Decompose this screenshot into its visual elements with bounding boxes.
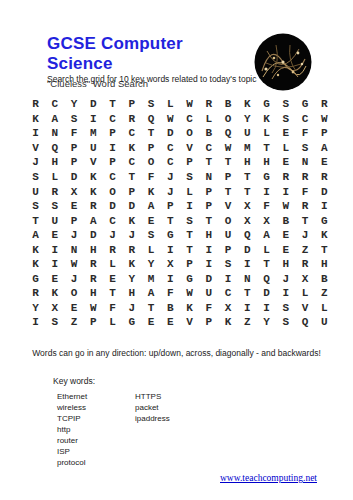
grid-cell-r6c14: R bbox=[276, 170, 295, 185]
grid-cell-r11c7: L bbox=[142, 242, 161, 257]
grid-cell-r7c16: D bbox=[315, 184, 334, 199]
grid-cell-r7c9: L bbox=[180, 184, 199, 199]
grid-cell-r10c12: Q bbox=[238, 228, 257, 243]
grid-cell-r15c10: F bbox=[199, 301, 218, 316]
grid-cell-r11c5: R bbox=[103, 242, 122, 257]
grid-cell-r13c14: J bbox=[276, 272, 295, 287]
grid-cell-r7c8: J bbox=[161, 184, 180, 199]
grid-cell-r8c13: F bbox=[257, 199, 276, 214]
grid-cell-r16c7: E bbox=[142, 315, 161, 330]
grid-cell-r5c16: E bbox=[315, 155, 334, 170]
footer-link[interactable]: www.teachcomputing.net bbox=[220, 473, 317, 483]
grid-cell-r13c9: G bbox=[180, 272, 199, 287]
grid-cell-r16c10: P bbox=[199, 315, 218, 330]
grid-cell-r9c2: U bbox=[45, 213, 64, 228]
grid-cell-r3c5: P bbox=[103, 126, 122, 141]
grid-cell-r15c6: J bbox=[122, 301, 141, 316]
directions-note: Words can go in any direction: up/down, … bbox=[0, 348, 353, 358]
grid-cell-r10c8: G bbox=[161, 228, 180, 243]
grid-cell-r14c13: D bbox=[257, 286, 276, 301]
grid-cell-r4c1: V bbox=[26, 141, 45, 156]
grid-cell-r14c15: L bbox=[296, 286, 315, 301]
grid-cell-r10c2: E bbox=[45, 228, 64, 243]
grid-cell-r7c3: X bbox=[65, 184, 84, 199]
grid-cell-r14c9: W bbox=[180, 286, 199, 301]
grid-cell-r8c3: E bbox=[65, 199, 84, 214]
grid-cell-r16c6: G bbox=[122, 315, 141, 330]
grid-cell-r10c14: E bbox=[276, 228, 295, 243]
grid-cell-r3c3: F bbox=[65, 126, 84, 141]
grid-cell-r13c11: I bbox=[219, 272, 238, 287]
grid-cell-r4c10: C bbox=[199, 141, 218, 156]
grid-cell-r1c2: C bbox=[45, 97, 64, 112]
grid-cell-r9c5: C bbox=[103, 213, 122, 228]
grid-cell-r2c11: O bbox=[219, 112, 238, 127]
key-words-column-2: HTTPSpacketipaddress bbox=[135, 391, 170, 424]
grid-cell-r4c13: T bbox=[257, 141, 276, 156]
grid-cell-r2c13: K bbox=[257, 112, 276, 127]
grid-cell-r9c12: X bbox=[238, 213, 257, 228]
key-word: router bbox=[57, 435, 87, 446]
grid-cell-r12c4: R bbox=[84, 257, 103, 272]
grid-cell-r12c14: H bbox=[276, 257, 295, 272]
grid-cell-r9c15: T bbox=[296, 213, 315, 228]
grid-cell-r3c11: Q bbox=[219, 126, 238, 141]
grid-cell-r16c14: S bbox=[276, 315, 295, 330]
grid-cell-r5c5: P bbox=[103, 155, 122, 170]
grid-cell-r3c1: I bbox=[26, 126, 45, 141]
grid-cell-r14c16: Z bbox=[315, 286, 334, 301]
grid-cell-r1c16: R bbox=[315, 97, 334, 112]
grid-cell-r6c10: N bbox=[199, 170, 218, 185]
global-network-logo bbox=[254, 33, 312, 91]
grid-cell-r16c4: P bbox=[84, 315, 103, 330]
grid-cell-r12c10: I bbox=[199, 257, 218, 272]
grid-cell-r14c10: U bbox=[199, 286, 218, 301]
grid-cell-r1c6: P bbox=[122, 97, 141, 112]
grid-cell-r11c2: I bbox=[45, 242, 64, 257]
grid-cell-r9c9: S bbox=[180, 213, 199, 228]
grid-cell-r13c16: B bbox=[315, 272, 334, 287]
grid-cell-r5c11: T bbox=[219, 155, 238, 170]
grid-cell-r4c8: C bbox=[161, 141, 180, 156]
grid-cell-r15c3: E bbox=[65, 301, 84, 316]
grid-cell-r5c14: E bbox=[276, 155, 295, 170]
grid-cell-r11c4: H bbox=[84, 242, 103, 257]
grid-cell-r16c5: L bbox=[103, 315, 122, 330]
grid-cell-r11c16: T bbox=[315, 242, 334, 257]
grid-cell-r9c4: A bbox=[84, 213, 103, 228]
grid-cell-r16c15: Q bbox=[296, 315, 315, 330]
grid-cell-r10c7: S bbox=[142, 228, 161, 243]
grid-cell-r4c14: L bbox=[276, 141, 295, 156]
grid-cell-r16c16: U bbox=[315, 315, 334, 330]
global-network-icon bbox=[254, 33, 312, 91]
grid-cell-r2c10: L bbox=[199, 112, 218, 127]
grid-cell-r4c16: A bbox=[315, 141, 334, 156]
grid-cell-r6c6: T bbox=[122, 170, 141, 185]
grid-cell-r3c13: L bbox=[257, 126, 276, 141]
grid-cell-r11c13: L bbox=[257, 242, 276, 257]
grid-cell-r16c12: Z bbox=[238, 315, 257, 330]
grid-cell-r10c4: D bbox=[84, 228, 103, 243]
grid-cell-r5c13: H bbox=[257, 155, 276, 170]
grid-cell-r2c16: W bbox=[315, 112, 334, 127]
key-word: TCPIP bbox=[57, 413, 87, 424]
grid-cell-r14c4: H bbox=[84, 286, 103, 301]
grid-cell-r12c16: H bbox=[315, 257, 334, 272]
grid-cell-r4c7: P bbox=[142, 141, 161, 156]
grid-cell-r15c15: V bbox=[296, 301, 315, 316]
grid-cell-r10c9: T bbox=[180, 228, 199, 243]
grid-cell-r6c11: P bbox=[219, 170, 238, 185]
key-word: wireless bbox=[57, 402, 87, 413]
grid-cell-r2c15: C bbox=[296, 112, 315, 127]
grid-cell-r1c10: R bbox=[199, 97, 218, 112]
grid-cell-r6c13: G bbox=[257, 170, 276, 185]
grid-cell-r16c8: E bbox=[161, 315, 180, 330]
grid-cell-r5c8: C bbox=[161, 155, 180, 170]
grid-cell-r2c4: I bbox=[84, 112, 103, 127]
grid-cell-r2c9: C bbox=[180, 112, 199, 127]
grid-cell-r13c10: D bbox=[199, 272, 218, 287]
grid-cell-r10c3: J bbox=[65, 228, 84, 243]
grid-cell-r14c3: O bbox=[65, 286, 84, 301]
grid-cell-r8c7: A bbox=[142, 199, 161, 214]
grid-cell-r8c16: I bbox=[315, 199, 334, 214]
grid-cell-r16c11: K bbox=[219, 315, 238, 330]
grid-cell-r4c4: U bbox=[84, 141, 103, 156]
grid-cell-r1c1: R bbox=[26, 97, 45, 112]
grid-cell-r11c10: I bbox=[199, 242, 218, 257]
grid-cell-r16c2: S bbox=[45, 315, 64, 330]
grid-cell-r12c11: S bbox=[219, 257, 238, 272]
grid-cell-r13c3: J bbox=[65, 272, 84, 287]
grid-cell-r15c12: I bbox=[238, 301, 257, 316]
grid-cell-r14c2: K bbox=[45, 286, 64, 301]
grid-cell-r9c10: T bbox=[199, 213, 218, 228]
grid-cell-r16c3: Z bbox=[65, 315, 84, 330]
grid-cell-r6c7: F bbox=[142, 170, 161, 185]
grid-cell-r3c12: U bbox=[238, 126, 257, 141]
grid-cell-r14c5: T bbox=[103, 286, 122, 301]
grid-cell-r4c9: V bbox=[180, 141, 199, 156]
grid-cell-r12c15: R bbox=[296, 257, 315, 272]
grid-cell-r11c14: E bbox=[276, 242, 295, 257]
grid-cell-r15c16: L bbox=[315, 301, 334, 316]
grid-cell-r2c5: C bbox=[103, 112, 122, 127]
grid-cell-r5c6: C bbox=[122, 155, 141, 170]
grid-cell-r3c6: C bbox=[122, 126, 141, 141]
grid-cell-r11c15: Z bbox=[296, 242, 315, 257]
grid-cell-r8c1: S bbox=[26, 199, 45, 214]
word-search-grid: RCYDTPSLWRBKGSGRKASICRQWCLOYKSCWINFMPCTD… bbox=[26, 97, 334, 330]
grid-cell-r16c9: V bbox=[180, 315, 199, 330]
grid-cell-r2c8: W bbox=[161, 112, 180, 127]
grid-cell-r13c6: Y bbox=[122, 272, 141, 287]
grid-cell-r1c4: D bbox=[84, 97, 103, 112]
grid-cell-r4c3: P bbox=[65, 141, 84, 156]
grid-cell-r7c1: U bbox=[26, 184, 45, 199]
grid-cell-r13c15: X bbox=[296, 272, 315, 287]
grid-cell-r2c14: S bbox=[276, 112, 295, 127]
grid-cell-r14c11: C bbox=[219, 286, 238, 301]
grid-cell-r1c11: B bbox=[219, 97, 238, 112]
grid-cell-r6c1: S bbox=[26, 170, 45, 185]
grid-cell-r12c13: T bbox=[257, 257, 276, 272]
grid-cell-r5c3: P bbox=[65, 155, 84, 170]
grid-cell-r8c10: P bbox=[199, 199, 218, 214]
grid-cell-r10c15: J bbox=[296, 228, 315, 243]
key-words-label: Key words: bbox=[53, 376, 95, 386]
grid-cell-r12c3: W bbox=[65, 257, 84, 272]
grid-cell-r9c1: T bbox=[26, 213, 45, 228]
grid-cell-r14c6: H bbox=[122, 286, 141, 301]
grid-cell-r3c16: P bbox=[315, 126, 334, 141]
key-word: packet bbox=[135, 402, 170, 413]
grid-cell-r7c2: R bbox=[45, 184, 64, 199]
grid-cell-r7c4: K bbox=[84, 184, 103, 199]
grid-cell-r16c13: Y bbox=[257, 315, 276, 330]
grid-cell-r2c1: K bbox=[26, 112, 45, 127]
grid-cell-r4c12: M bbox=[238, 141, 257, 156]
grid-cell-r13c13: Q bbox=[257, 272, 276, 287]
grid-cell-r8c6: D bbox=[122, 199, 141, 214]
grid-cell-r13c12: N bbox=[238, 272, 257, 287]
grid-cell-r15c8: B bbox=[161, 301, 180, 316]
grid-cell-r11c3: N bbox=[65, 242, 84, 257]
grid-cell-r3c4: M bbox=[84, 126, 103, 141]
grid-cell-r4c2: Q bbox=[45, 141, 64, 156]
grid-cell-r1c3: Y bbox=[65, 97, 84, 112]
key-word: http bbox=[57, 424, 87, 435]
grid-cell-r10c16: K bbox=[315, 228, 334, 243]
grid-cell-r2c7: Q bbox=[142, 112, 161, 127]
grid-cell-r6c15: R bbox=[296, 170, 315, 185]
grid-cell-r2c6: R bbox=[122, 112, 141, 127]
grid-cell-r9c8: T bbox=[161, 213, 180, 228]
grid-cell-r6c4: K bbox=[84, 170, 103, 185]
grid-cell-r8c8: P bbox=[161, 199, 180, 214]
grid-cell-r13c2: E bbox=[45, 272, 64, 287]
grid-cell-r13c7: M bbox=[142, 272, 161, 287]
grid-cell-r12c8: X bbox=[161, 257, 180, 272]
key-word: ipaddress bbox=[135, 413, 170, 424]
grid-cell-r7c15: F bbox=[296, 184, 315, 199]
grid-cell-r11c6: R bbox=[122, 242, 141, 257]
grid-cell-r3c7: T bbox=[142, 126, 161, 141]
grid-cell-r7c13: I bbox=[257, 184, 276, 199]
grid-cell-r11c12: D bbox=[238, 242, 257, 257]
grid-cell-r8c9: I bbox=[180, 199, 199, 214]
grid-cell-r6c2: L bbox=[45, 170, 64, 185]
grid-cell-r11c9: T bbox=[180, 242, 199, 257]
grid-cell-r12c6: K bbox=[122, 257, 141, 272]
grid-cell-r5c9: P bbox=[180, 155, 199, 170]
grid-cell-r3c9: O bbox=[180, 126, 199, 141]
grid-cell-r12c2: I bbox=[45, 257, 64, 272]
grid-cell-r15c14: S bbox=[276, 301, 295, 316]
grid-cell-r9c6: K bbox=[122, 213, 141, 228]
grid-cell-r3c10: B bbox=[199, 126, 218, 141]
grid-cell-r6c3: D bbox=[65, 170, 84, 185]
grid-cell-r4c6: K bbox=[122, 141, 141, 156]
grid-cell-r6c12: T bbox=[238, 170, 257, 185]
key-word: ISP bbox=[57, 446, 87, 457]
key-word: Ethernet bbox=[57, 391, 87, 402]
grid-cell-r15c2: X bbox=[45, 301, 64, 316]
grid-cell-r12c5: L bbox=[103, 257, 122, 272]
key-words-column-1: EthernetwirelessTCPIPhttprouterISPprotoc… bbox=[57, 391, 87, 468]
grid-cell-r15c5: F bbox=[103, 301, 122, 316]
grid-cell-r5c7: O bbox=[142, 155, 161, 170]
grid-cell-r9c14: B bbox=[276, 213, 295, 228]
page-title: GCSE Computer Science bbox=[47, 34, 247, 74]
grid-cell-r5c15: N bbox=[296, 155, 315, 170]
grid-cell-r4c15: S bbox=[296, 141, 315, 156]
grid-cell-r10c10: H bbox=[199, 228, 218, 243]
grid-cell-r7c6: P bbox=[122, 184, 141, 199]
grid-cell-r6c8: J bbox=[161, 170, 180, 185]
grid-cell-r3c14: E bbox=[276, 126, 295, 141]
grid-cell-r1c9: W bbox=[180, 97, 199, 112]
grid-cell-r10c13: A bbox=[257, 228, 276, 243]
grid-cell-r11c1: K bbox=[26, 242, 45, 257]
grid-cell-r2c12: Y bbox=[238, 112, 257, 127]
grid-cell-r7c10: P bbox=[199, 184, 218, 199]
grid-cell-r1c8: L bbox=[161, 97, 180, 112]
grid-cell-r7c12: T bbox=[238, 184, 257, 199]
grid-cell-r14c1: R bbox=[26, 286, 45, 301]
grid-cell-r2c3: S bbox=[65, 112, 84, 127]
grid-cell-r13c5: E bbox=[103, 272, 122, 287]
grid-cell-r2c2: A bbox=[45, 112, 64, 127]
grid-cell-r1c13: G bbox=[257, 97, 276, 112]
grid-cell-r8c11: V bbox=[219, 199, 238, 214]
grid-cell-r8c14: W bbox=[276, 199, 295, 214]
grid-cell-r5c4: V bbox=[84, 155, 103, 170]
grid-cell-r14c12: T bbox=[238, 286, 257, 301]
grid-cell-r8c15: R bbox=[296, 199, 315, 214]
grid-cell-r7c14: I bbox=[276, 184, 295, 199]
grid-cell-r13c1: G bbox=[26, 272, 45, 287]
grid-cell-r5c2: H bbox=[45, 155, 64, 170]
grid-cell-r11c11: P bbox=[219, 242, 238, 257]
instruction-text: Search the grid for 10 key words related… bbox=[47, 74, 267, 84]
grid-cell-r8c4: R bbox=[84, 199, 103, 214]
grid-cell-r3c15: F bbox=[296, 126, 315, 141]
grid-cell-r3c8: D bbox=[161, 126, 180, 141]
grid-cell-r7c5: O bbox=[103, 184, 122, 199]
grid-cell-r10c11: U bbox=[219, 228, 238, 243]
grid-cell-r5c12: H bbox=[238, 155, 257, 170]
grid-cell-r12c12: I bbox=[238, 257, 257, 272]
grid-cell-r12c1: K bbox=[26, 257, 45, 272]
grid-cell-r10c1: A bbox=[26, 228, 45, 243]
grid-cell-r8c12: X bbox=[238, 199, 257, 214]
grid-cell-r12c9: P bbox=[180, 257, 199, 272]
grid-cell-r9c11: O bbox=[219, 213, 238, 228]
grid-cell-r15c4: W bbox=[84, 301, 103, 316]
grid-cell-r15c13: I bbox=[257, 301, 276, 316]
grid-cell-r6c16: R bbox=[315, 170, 334, 185]
grid-cell-r1c5: T bbox=[103, 97, 122, 112]
grid-cell-r9c3: P bbox=[65, 213, 84, 228]
grid-cell-r10c5: J bbox=[103, 228, 122, 243]
grid-cell-r16c1: I bbox=[26, 315, 45, 330]
grid-cell-r15c11: X bbox=[219, 301, 238, 316]
grid-cell-r9c7: E bbox=[142, 213, 161, 228]
grid-cell-r11c8: I bbox=[161, 242, 180, 257]
grid-cell-r7c11: T bbox=[219, 184, 238, 199]
grid-cell-r13c8: I bbox=[161, 272, 180, 287]
grid-cell-r14c14: I bbox=[276, 286, 295, 301]
grid-cell-r5c10: T bbox=[199, 155, 218, 170]
grid-cell-r14c8: F bbox=[161, 286, 180, 301]
grid-cell-r1c15: G bbox=[296, 97, 315, 112]
key-word: protocol bbox=[57, 457, 87, 468]
grid-cell-r6c5: C bbox=[103, 170, 122, 185]
grid-cell-r10c6: J bbox=[122, 228, 141, 243]
grid-cell-r15c9: K bbox=[180, 301, 199, 316]
grid-cell-r4c11: W bbox=[219, 141, 238, 156]
grid-cell-r4c5: I bbox=[103, 141, 122, 156]
grid-cell-r6c9: S bbox=[180, 170, 199, 185]
grid-cell-r15c1: Y bbox=[26, 301, 45, 316]
grid-cell-r7c7: K bbox=[142, 184, 161, 199]
grid-cell-r8c2: S bbox=[45, 199, 64, 214]
grid-cell-r3c2: N bbox=[45, 126, 64, 141]
grid-cell-r1c7: S bbox=[142, 97, 161, 112]
grid-cell-r9c13: X bbox=[257, 213, 276, 228]
key-word: HTTPS bbox=[135, 391, 170, 402]
grid-cell-r13c4: R bbox=[84, 272, 103, 287]
grid-cell-r5c1: J bbox=[26, 155, 45, 170]
grid-cell-r15c7: T bbox=[142, 301, 161, 316]
grid-cell-r14c7: A bbox=[142, 286, 161, 301]
grid-cell-r9c16: G bbox=[315, 213, 334, 228]
grid-cell-r1c14: S bbox=[276, 97, 295, 112]
grid-cell-r8c5: D bbox=[103, 199, 122, 214]
grid-cell-r12c7: Y bbox=[142, 257, 161, 272]
grid-cell-r1c12: K bbox=[238, 97, 257, 112]
